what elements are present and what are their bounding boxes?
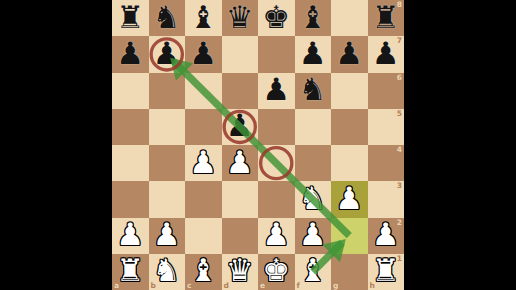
- piece-white-pawn[interactable]: ♟: [372, 219, 400, 250]
- piece-black-pawn[interactable]: ♟: [372, 38, 400, 69]
- square-f8[interactable]: ♝: [295, 0, 332, 36]
- square-d6[interactable]: [222, 73, 259, 109]
- square-e2[interactable]: ♟: [258, 218, 295, 254]
- square-c4[interactable]: ♟: [185, 145, 222, 181]
- piece-black-rook[interactable]: ♜: [116, 2, 144, 33]
- square-h8[interactable]: 8♜: [368, 0, 405, 36]
- square-a7[interactable]: ♟: [112, 36, 149, 72]
- square-g2[interactable]: [331, 218, 368, 254]
- piece-black-pawn[interactable]: ♟: [116, 38, 144, 69]
- letterbox-bar-right: [404, 0, 516, 290]
- square-f1[interactable]: f♝: [295, 254, 332, 290]
- piece-black-king[interactable]: ♚: [262, 2, 290, 33]
- square-f6[interactable]: ♞: [295, 73, 332, 109]
- square-h1[interactable]: 1h♜: [368, 254, 405, 290]
- square-b3[interactable]: [149, 181, 186, 217]
- square-h4[interactable]: 4: [368, 145, 405, 181]
- piece-white-pawn[interactable]: ♟: [153, 219, 181, 250]
- square-f5[interactable]: [295, 109, 332, 145]
- letterbox-bar-left: [0, 0, 112, 290]
- rank-label-6: 6: [397, 74, 402, 82]
- piece-black-knight[interactable]: ♞: [153, 2, 181, 33]
- piece-white-pawn[interactable]: ♟: [299, 219, 327, 250]
- square-e5[interactable]: [258, 109, 295, 145]
- piece-white-rook[interactable]: ♜: [116, 255, 144, 286]
- piece-black-queen[interactable]: ♛: [226, 2, 254, 33]
- piece-white-knight[interactable]: ♞: [153, 255, 181, 286]
- piece-black-knight[interactable]: ♞: [299, 74, 327, 105]
- piece-white-pawn[interactable]: ♟: [226, 147, 254, 178]
- square-h7[interactable]: 7♟: [368, 36, 405, 72]
- rank-label-3: 3: [397, 182, 402, 190]
- square-d5[interactable]: ♟: [222, 109, 259, 145]
- file-label-g: g: [333, 282, 338, 290]
- rank-label-5: 5: [397, 110, 402, 118]
- square-b5[interactable]: [149, 109, 186, 145]
- square-a6[interactable]: [112, 73, 149, 109]
- square-b6[interactable]: [149, 73, 186, 109]
- square-c7[interactable]: ♟: [185, 36, 222, 72]
- square-e3[interactable]: [258, 181, 295, 217]
- square-b1[interactable]: b♞: [149, 254, 186, 290]
- square-g1[interactable]: g: [331, 254, 368, 290]
- square-a4[interactable]: [112, 145, 149, 181]
- piece-black-pawn[interactable]: ♟: [262, 74, 290, 105]
- square-e7[interactable]: [258, 36, 295, 72]
- square-h3[interactable]: 3: [368, 181, 405, 217]
- square-d4[interactable]: ♟: [222, 145, 259, 181]
- piece-black-bishop[interactable]: ♝: [299, 2, 327, 33]
- square-f7[interactable]: ♟: [295, 36, 332, 72]
- square-g4[interactable]: [331, 145, 368, 181]
- square-d8[interactable]: ♛: [222, 0, 259, 36]
- piece-white-pawn[interactable]: ♟: [116, 219, 144, 250]
- square-e4[interactable]: [258, 145, 295, 181]
- square-g3[interactable]: ♟: [331, 181, 368, 217]
- square-h2[interactable]: 2♟: [368, 218, 405, 254]
- piece-white-bishop[interactable]: ♝: [299, 255, 327, 286]
- square-c3[interactable]: [185, 181, 222, 217]
- square-h6[interactable]: 6: [368, 73, 405, 109]
- square-e8[interactable]: ♚: [258, 0, 295, 36]
- square-f3[interactable]: ♞: [295, 181, 332, 217]
- video-frame: ♜♞♝♛♚♝8♜♟♟♟♟♟7♟♟♞6♟5♟♟4♞♟3♟♟♟♟2♟a♜b♞c♝d♛…: [0, 0, 516, 290]
- square-b4[interactable]: [149, 145, 186, 181]
- piece-black-pawn[interactable]: ♟: [226, 110, 254, 141]
- rank-label-4: 4: [397, 146, 402, 154]
- square-b2[interactable]: ♟: [149, 218, 186, 254]
- square-g8[interactable]: [331, 0, 368, 36]
- square-g6[interactable]: [331, 73, 368, 109]
- piece-white-pawn[interactable]: ♟: [189, 147, 217, 178]
- piece-white-bishop[interactable]: ♝: [189, 255, 217, 286]
- piece-black-pawn[interactable]: ♟: [189, 38, 217, 69]
- piece-black-pawn[interactable]: ♟: [299, 38, 327, 69]
- square-g5[interactable]: [331, 109, 368, 145]
- square-a1[interactable]: a♜: [112, 254, 149, 290]
- square-f4[interactable]: [295, 145, 332, 181]
- square-c6[interactable]: [185, 73, 222, 109]
- square-d7[interactable]: [222, 36, 259, 72]
- square-b8[interactable]: ♞: [149, 0, 186, 36]
- square-a5[interactable]: [112, 109, 149, 145]
- square-d3[interactable]: [222, 181, 259, 217]
- piece-white-queen[interactable]: ♛: [226, 255, 254, 286]
- piece-black-rook[interactable]: ♜: [372, 2, 400, 33]
- square-d2[interactable]: [222, 218, 259, 254]
- piece-white-knight[interactable]: ♞: [299, 183, 327, 214]
- square-c5[interactable]: [185, 109, 222, 145]
- square-h5[interactable]: 5: [368, 109, 405, 145]
- square-e6[interactable]: ♟: [258, 73, 295, 109]
- piece-black-bishop[interactable]: ♝: [189, 2, 217, 33]
- square-e1[interactable]: e♚: [258, 254, 295, 290]
- piece-white-king[interactable]: ♚: [262, 255, 290, 286]
- square-c8[interactable]: ♝: [185, 0, 222, 36]
- square-f2[interactable]: ♟: [295, 218, 332, 254]
- square-a3[interactable]: [112, 181, 149, 217]
- square-b7[interactable]: ♟: [149, 36, 186, 72]
- piece-black-pawn[interactable]: ♟: [153, 38, 181, 69]
- piece-white-rook[interactable]: ♜: [372, 255, 400, 286]
- square-a8[interactable]: ♜: [112, 0, 149, 36]
- piece-black-pawn[interactable]: ♟: [335, 38, 363, 69]
- square-c2[interactable]: [185, 218, 222, 254]
- chess-board[interactable]: ♜♞♝♛♚♝8♜♟♟♟♟♟7♟♟♞6♟5♟♟4♞♟3♟♟♟♟2♟a♜b♞c♝d♛…: [112, 0, 404, 290]
- square-d1[interactable]: d♛: [222, 254, 259, 290]
- square-c1[interactable]: c♝: [185, 254, 222, 290]
- piece-white-pawn[interactable]: ♟: [335, 183, 363, 214]
- square-g7[interactable]: ♟: [331, 36, 368, 72]
- square-a2[interactable]: ♟: [112, 218, 149, 254]
- piece-white-pawn[interactable]: ♟: [262, 219, 290, 250]
